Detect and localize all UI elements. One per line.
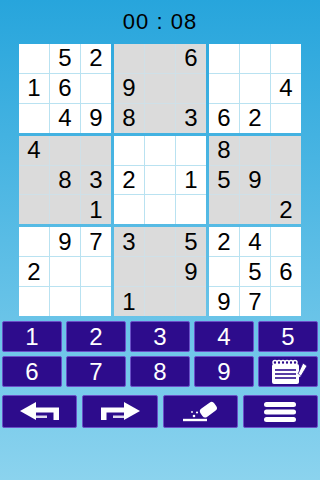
cell-r3c8[interactable]: 2 [240, 104, 270, 133]
key-7[interactable]: 7 [66, 356, 126, 387]
key-3[interactable]: 3 [130, 321, 190, 352]
cell-r2c6[interactable] [176, 74, 206, 103]
cell-r5c1[interactable] [19, 166, 49, 195]
cell-r6c2[interactable] [50, 195, 80, 224]
cell-r7c8[interactable]: 4 [240, 227, 270, 256]
cell-r3c4[interactable]: 8 [114, 104, 144, 133]
cell-r5c5[interactable] [145, 166, 175, 195]
cell-r9c4[interactable]: 1 [114, 287, 144, 316]
cell-r9c5[interactable] [145, 287, 175, 316]
cell-r9c2[interactable] [50, 287, 80, 316]
cell-r1c4[interactable] [114, 44, 144, 73]
undo-button[interactable] [2, 395, 77, 428]
cell-r1c2[interactable]: 5 [50, 44, 80, 73]
menu-button[interactable] [243, 395, 318, 428]
cell-r5c8[interactable]: 9 [240, 166, 270, 195]
cell-r3c5[interactable] [145, 104, 175, 133]
cell-r3c9[interactable] [271, 104, 301, 133]
cell-r3c3[interactable]: 9 [81, 104, 111, 133]
block-1-1: 521649 [19, 44, 111, 133]
sudoku-board: 521649698346248312185929723591245697 [19, 44, 301, 316]
cell-r7c4[interactable]: 3 [114, 227, 144, 256]
cell-r3c6[interactable]: 3 [176, 104, 206, 133]
cell-r8c5[interactable] [145, 257, 175, 286]
cell-r6c1[interactable] [19, 195, 49, 224]
keypad-row-controls [2, 395, 318, 428]
cell-r6c6[interactable] [176, 195, 206, 224]
cell-r1c1[interactable] [19, 44, 49, 73]
cell-r8c1[interactable]: 2 [19, 257, 49, 286]
cell-r6c3[interactable]: 1 [81, 195, 111, 224]
cell-r1c8[interactable] [240, 44, 270, 73]
cell-r7c9[interactable] [271, 227, 301, 256]
cell-r1c7[interactable] [209, 44, 239, 73]
cell-r4c5[interactable] [145, 136, 175, 165]
cell-r5c3[interactable]: 3 [81, 166, 111, 195]
cell-r9c8[interactable]: 7 [240, 287, 270, 316]
menu-icon [260, 399, 300, 425]
cell-r4c7[interactable]: 8 [209, 136, 239, 165]
cell-r2c9[interactable]: 4 [271, 74, 301, 103]
cell-r2c1[interactable]: 1 [19, 74, 49, 103]
cell-r5c4[interactable]: 2 [114, 166, 144, 195]
cell-r5c9[interactable] [271, 166, 301, 195]
block-3-1: 972 [19, 227, 111, 316]
key-8[interactable]: 8 [130, 356, 190, 387]
cell-r6c7[interactable] [209, 195, 239, 224]
erase-button[interactable] [163, 395, 238, 428]
cell-r7c6[interactable]: 5 [176, 227, 206, 256]
cell-r8c6[interactable]: 9 [176, 257, 206, 286]
cell-r3c2[interactable]: 4 [50, 104, 80, 133]
cell-r1c3[interactable]: 2 [81, 44, 111, 73]
cell-r9c6[interactable] [176, 287, 206, 316]
cell-r9c7[interactable]: 9 [209, 287, 239, 316]
cell-r2c5[interactable] [145, 74, 175, 103]
key-6[interactable]: 6 [2, 356, 62, 387]
key-4[interactable]: 4 [194, 321, 254, 352]
key-9[interactable]: 9 [194, 356, 254, 387]
redo-arrow-icon [97, 400, 143, 424]
keypad-row-1: 12345 [2, 321, 318, 352]
cell-r7c7[interactable]: 2 [209, 227, 239, 256]
keypad: 12345 6789 [0, 321, 320, 428]
redo-button[interactable] [82, 395, 157, 428]
cell-r4c1[interactable]: 4 [19, 136, 49, 165]
cell-r6c9[interactable]: 2 [271, 195, 301, 224]
cell-r9c1[interactable] [19, 287, 49, 316]
block-3-2: 3591 [114, 227, 206, 316]
cell-r9c3[interactable] [81, 287, 111, 316]
timer: 00 : 08 [0, 0, 320, 44]
cell-r3c7[interactable]: 6 [209, 104, 239, 133]
keypad-row-2: 6789 [2, 356, 318, 387]
cell-r6c8[interactable] [240, 195, 270, 224]
block-2-3: 8592 [209, 136, 301, 225]
cell-r8c4[interactable] [114, 257, 144, 286]
cell-r2c4[interactable]: 9 [114, 74, 144, 103]
cell-r2c8[interactable] [240, 74, 270, 103]
cell-r8c2[interactable] [50, 257, 80, 286]
block-2-1: 4831 [19, 136, 111, 225]
eraser-icon [177, 399, 223, 425]
cell-r5c7[interactable]: 5 [209, 166, 239, 195]
cell-r6c5[interactable] [145, 195, 175, 224]
cell-r4c4[interactable] [114, 136, 144, 165]
cell-r5c2[interactable]: 8 [50, 166, 80, 195]
cell-r7c5[interactable] [145, 227, 175, 256]
key-1[interactable]: 1 [2, 321, 62, 352]
cell-r1c6[interactable]: 6 [176, 44, 206, 73]
key-2[interactable]: 2 [66, 321, 126, 352]
cell-r7c3[interactable]: 7 [81, 227, 111, 256]
cell-r8c8[interactable]: 5 [240, 257, 270, 286]
cell-r2c2[interactable]: 6 [50, 74, 80, 103]
cell-r3c1[interactable] [19, 104, 49, 133]
notes-icon [268, 358, 308, 386]
cell-r5c6[interactable]: 1 [176, 166, 206, 195]
cell-r2c3[interactable] [81, 74, 111, 103]
cell-r7c1[interactable] [19, 227, 49, 256]
cell-r1c9[interactable] [271, 44, 301, 73]
key-5[interactable]: 5 [258, 321, 318, 352]
cell-r4c9[interactable] [271, 136, 301, 165]
cell-r8c7[interactable] [209, 257, 239, 286]
block-1-2: 6983 [114, 44, 206, 133]
cell-r6c4[interactable] [114, 195, 144, 224]
cell-r7c2[interactable]: 9 [50, 227, 80, 256]
cell-r2c7[interactable] [209, 74, 239, 103]
undo-arrow-icon [17, 400, 63, 424]
cell-r4c3[interactable] [81, 136, 111, 165]
block-1-3: 462 [209, 44, 301, 133]
cell-r8c3[interactable] [81, 257, 111, 286]
cell-r4c2[interactable] [50, 136, 80, 165]
notes-button[interactable] [258, 356, 318, 387]
block-2-2: 21 [114, 136, 206, 225]
cell-r1c5[interactable] [145, 44, 175, 73]
cell-r4c8[interactable] [240, 136, 270, 165]
cell-r9c9[interactable] [271, 287, 301, 316]
cell-r4c6[interactable] [176, 136, 206, 165]
block-3-3: 245697 [209, 227, 301, 316]
cell-r8c9[interactable]: 6 [271, 257, 301, 286]
